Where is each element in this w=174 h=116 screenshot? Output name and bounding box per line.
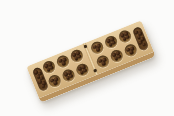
- pit-top-2: [55, 54, 71, 70]
- pit-bottom-3: [75, 62, 91, 78]
- seed: [77, 54, 81, 58]
- seed: [53, 81, 57, 85]
- seed: [96, 47, 100, 51]
- pit-bottom-2: [61, 68, 77, 84]
- pit-bottom-6: [123, 43, 139, 59]
- seed: [142, 42, 146, 46]
- seed: [101, 61, 105, 65]
- seed: [49, 66, 53, 70]
- mancala-board: [26, 20, 156, 103]
- seed: [129, 50, 133, 54]
- seed: [83, 68, 87, 72]
- seed: [111, 41, 115, 45]
- clasp-screw-icon: [93, 69, 97, 73]
- pit-bottom-4: [95, 54, 111, 70]
- hinge-screw-icon: [84, 45, 88, 49]
- product-photo-stage: [0, 0, 174, 116]
- seed: [69, 74, 73, 78]
- pit-top-3: [69, 48, 85, 64]
- seed: [125, 35, 129, 39]
- pit-grid-right-half: [89, 28, 139, 70]
- seed: [62, 61, 66, 65]
- pit-top-6: [117, 29, 133, 45]
- pit-bottom-1: [47, 73, 63, 89]
- pit-top-5: [103, 34, 119, 50]
- pit-top-1: [41, 59, 57, 75]
- pit-bottom-5: [109, 48, 125, 64]
- pit-top-4: [89, 40, 105, 56]
- seed: [117, 54, 121, 58]
- pit-grid-left-half: [41, 48, 91, 90]
- seed: [41, 84, 45, 88]
